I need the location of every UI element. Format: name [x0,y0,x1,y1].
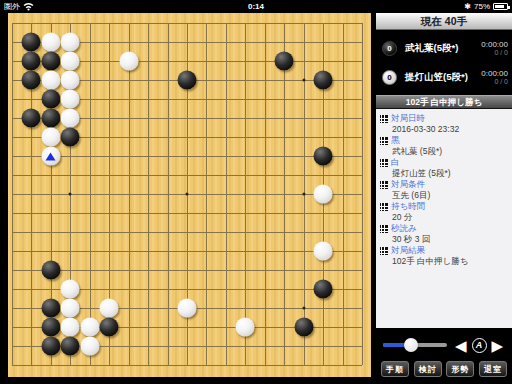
side-panel: 現在 40手 0 武礼葉(5段*) 0:00:00 0 / 0 0 提灯山笠(5… [375,13,512,384]
black-stone [100,317,119,336]
white-stone [314,242,333,261]
status-bar: 圏外 0:14 ✱ 75% [0,0,512,13]
black-captures-stone-icon: 0 [382,41,397,56]
white-stone [41,32,60,51]
info-label: 対局結果 [376,245,512,256]
black-player-name: 武礼葉(5段*) [397,42,481,55]
grid-line-v [226,23,227,365]
info-value: 2016-03-30 23:32 [376,124,512,135]
white-periods: 0 / 0 [481,78,508,86]
white-stone [236,317,255,336]
white-stone [61,280,80,299]
info-value: 20 分 [376,212,512,223]
grid-line-v [284,23,285,365]
white-stone [61,299,80,318]
black-stone [41,317,60,336]
grid-line-h [12,270,362,271]
info-label-text: 白 [391,157,400,169]
goban-icon [380,181,388,189]
white-stone [41,128,60,147]
bluetooth-icon: ✱ [464,2,471,11]
review-button[interactable]: 検討 [414,361,442,377]
grid-line-v [206,23,207,365]
white-stone [178,299,197,318]
white-stone [119,51,138,70]
star-point [186,193,189,196]
sequence-button[interactable]: 手順 [381,361,409,377]
game-info-list: 対局日時2016-03-30 23:32黒武礼葉 (5段*)白提灯山笠 (5段*… [376,109,512,328]
grid-line-v [362,23,363,365]
grid-line-h [12,213,362,214]
move-slider[interactable] [383,343,447,347]
grid-line-h [12,251,362,252]
goban-icon [380,159,388,167]
goban-icon [380,225,388,233]
info-label-text: 対局日時 [391,113,425,125]
black-stone [61,337,80,356]
info-label-text: 対局条件 [391,179,425,191]
evaluation-button[interactable]: 形勢 [446,361,474,377]
info-value: 30 秒 3 回 [376,234,512,245]
black-stone [41,89,60,108]
black-player-row: 0 武礼葉(5段*) 0:00:00 0 / 0 [382,34,508,63]
game-result-bar: 102手 白中押し勝ち [376,95,512,109]
white-player-row: 0 提灯山笠(5段*) 0:00:00 0 / 0 [382,63,508,92]
grid-line-v [245,23,246,365]
white-stone [80,337,99,356]
black-stone [178,71,197,90]
grid-line-v [343,23,344,365]
grid-line-h [12,365,362,366]
goban-icon [380,203,388,211]
autoplay-button[interactable]: A [472,338,487,353]
black-stone [22,71,41,90]
grid-line-h [12,232,362,233]
black-stone [22,32,41,51]
info-label: 持ち時間 [376,201,512,212]
black-stone [41,261,60,280]
info-label: 対局条件 [376,179,512,190]
info-value: 102手 白中押し勝ち [376,256,512,267]
white-stone [61,71,80,90]
black-stone [61,128,80,147]
black-clock: 0:00:00 [481,40,508,49]
white-stone [61,51,80,70]
info-label: 黒 [376,135,512,146]
next-move-button[interactable]: ▶ [492,338,504,353]
battery-icon [493,3,508,10]
leave-room-button[interactable]: 退室 [479,361,507,377]
info-label: 白 [376,157,512,168]
black-stone [314,71,333,90]
white-stone [314,185,333,204]
info-value: 武礼葉 (5段*) [376,146,512,157]
white-stone [61,109,80,128]
info-label-text: 対局結果 [391,245,425,257]
prev-move-button[interactable]: ◀ [455,338,467,353]
star-point [69,193,72,196]
white-captures-stone-icon: 0 [382,70,397,85]
star-point [302,193,305,196]
current-move-header: 現在 40手 [376,13,512,30]
black-periods: 0 / 0 [481,49,508,57]
white-stone [80,317,99,336]
goban-icon [380,247,388,255]
white-stone [61,317,80,336]
black-stone [294,317,313,336]
black-stone [41,109,60,128]
black-stone [314,147,333,166]
info-value: 互先 (6目) [376,190,512,201]
players-section: 0 武礼葉(5段*) 0:00:00 0 / 0 0 提灯山笠(5段*) 0:0… [376,30,512,95]
white-stone [61,32,80,51]
black-stone [41,51,60,70]
black-stone [275,51,294,70]
black-stone [41,337,60,356]
white-player-name: 提灯山笠(5段*) [397,71,481,84]
black-stone [22,109,41,128]
black-stone [314,280,333,299]
white-stone [41,71,60,90]
info-label-text: 持ち時間 [391,201,425,213]
white-clock: 0:00:00 [481,69,508,78]
battery-percent: 75% [474,2,490,11]
move-slider-thumb[interactable] [404,338,418,352]
black-stone [41,299,60,318]
white-stone [61,89,80,108]
goban-grid[interactable] [12,23,362,365]
goban-icon [380,137,388,145]
panel-button-row: 手順検討形勢退室 [376,358,512,377]
playback-controls: ◀ A ▶ 手順検討形勢退室 [376,328,512,384]
info-label-text: 黒 [391,135,400,147]
black-stone [22,51,41,70]
info-label-text: 秒読み [391,223,417,235]
info-value: 提灯山笠 (5段*) [376,168,512,179]
info-label: 秒読み [376,223,512,234]
white-stone [100,299,119,318]
info-label: 対局日時 [376,113,512,124]
star-point [302,307,305,310]
grid-line-v [265,23,266,365]
white-stone [41,147,60,166]
star-point [302,79,305,82]
goban-icon [380,115,388,123]
goban[interactable] [8,13,371,377]
last-move-marker [46,152,56,160]
clock-label: 0:14 [0,2,512,11]
